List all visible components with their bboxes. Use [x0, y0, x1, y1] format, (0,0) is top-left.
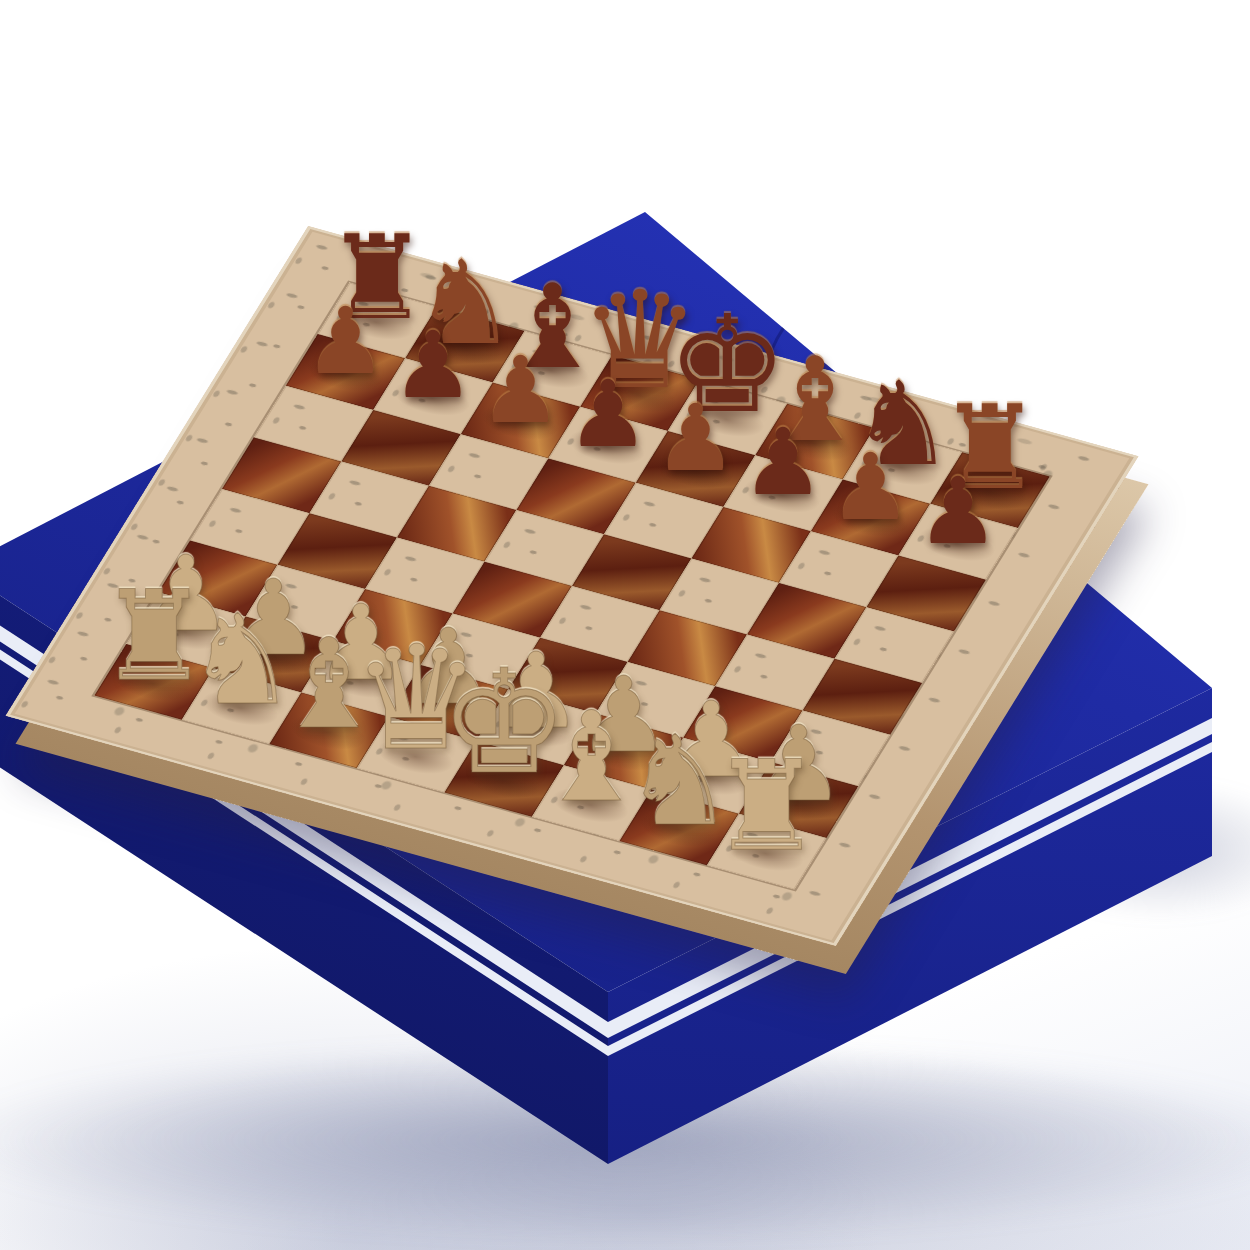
piece-black-pawn-h7[interactable]: ♟ — [878, 466, 1038, 558]
piece-white-rook-h1[interactable]: ♜ — [687, 744, 847, 868]
product-photo-scene: ♜♞♝♛♚♝♞♜♟♟♟♟♟♟♟♟♟♟♟♟♟♟♟♟♜♞♝♛♚♝♞♜ — [0, 0, 1250, 1250]
square-h1[interactable]: ♜ — [707, 814, 826, 890]
